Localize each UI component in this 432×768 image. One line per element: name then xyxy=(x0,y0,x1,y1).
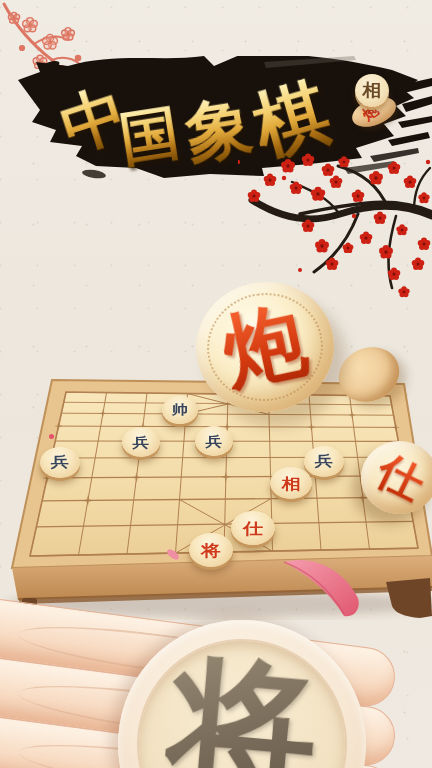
petal-speck xyxy=(49,434,54,439)
petal-large-icon xyxy=(276,550,368,624)
game-title-char-2: 国 xyxy=(116,102,184,170)
flying-advisor-piece: 仕 xyxy=(361,441,432,514)
title-elephant-piece: 相 xyxy=(355,74,389,107)
splash-screen: 中 国 象 棋 炮 相 xyxy=(0,0,432,768)
